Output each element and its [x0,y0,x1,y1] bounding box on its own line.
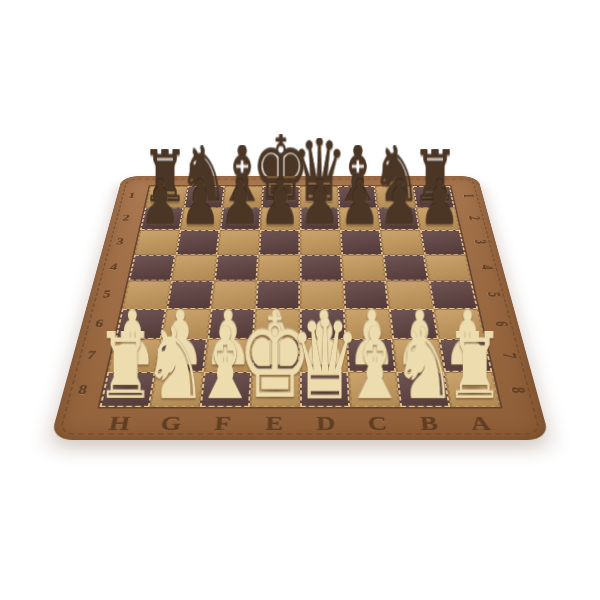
file-label-bottom-c: C [351,408,405,440]
square-b2[interactable]: ♟ [377,207,420,230]
square-a3[interactable] [420,230,466,254]
file-label-bottom-h: H [90,408,148,440]
file-label-bottom-g: G [143,408,199,440]
file-label-bottom-a: A [452,408,510,440]
square-c4[interactable] [341,254,385,280]
square-c3[interactable] [340,230,383,254]
square-h4[interactable] [128,254,175,280]
piece-dark-pawn-a2[interactable]: ♟ [419,178,460,227]
square-h3[interactable] [134,230,180,254]
square-d3[interactable] [300,230,341,254]
piece-dark-pawn-f2[interactable]: ♟ [220,178,261,227]
piece-dark-pawn-b2[interactable]: ♟ [379,178,420,227]
square-g4[interactable] [171,254,217,280]
square-g2[interactable]: ♟ [180,207,223,230]
board-grid: ♜♞♝♚♛♝♞♜♟♟♟♟♟♟♟♟♟♟♟♟♟♟♟♟♜♞♝♚♛♝♞♜ [97,185,502,408]
square-e2[interactable]: ♟ [260,207,300,230]
file-label-bottom-d: D [300,408,353,440]
square-e4[interactable] [257,254,300,280]
square-c2[interactable]: ♟ [339,207,380,230]
square-f2[interactable]: ♟ [220,207,261,230]
square-b3[interactable] [380,230,424,254]
piece-light-knight-b8[interactable]: ♞ [393,325,457,403]
file-label-bottom-f: F [195,408,249,440]
square-e3[interactable] [259,230,300,254]
piece-dark-pawn-e2[interactable]: ♟ [260,178,301,227]
board-scene: HGFEDCBA 12345678 12345678 HGFEDCBA ♜♞♝♚… [50,0,550,440]
square-a4[interactable] [424,254,471,280]
square-f3[interactable] [217,230,260,254]
piece-dark-pawn-c2[interactable]: ♟ [340,178,381,227]
product-photo-stage: HGFEDCBA 12345678 12345678 HGFEDCBA ♜♞♝♚… [0,0,600,600]
square-a2[interactable]: ♟ [416,207,460,230]
file-label-bottom-b: B [401,408,457,440]
piece-light-queen-d8[interactable]: ♛ [289,316,361,403]
file-label-bottom-e: E [248,408,301,440]
square-h2[interactable]: ♟ [140,207,184,230]
piece-dark-pawn-h2[interactable]: ♟ [140,178,181,227]
square-b4[interactable] [383,254,429,280]
piece-dark-pawn-d2[interactable]: ♟ [300,178,341,227]
square-g3[interactable] [176,230,220,254]
square-f4[interactable] [214,254,258,280]
file-labels-bottom: HGFEDCBA [90,408,510,440]
leather-chess-mat: HGFEDCBA 12345678 12345678 HGFEDCBA ♜♞♝♚… [50,176,550,440]
square-d4[interactable] [300,254,343,280]
square-b8[interactable]: ♞ [396,372,450,407]
piece-dark-pawn-g2[interactable]: ♟ [180,178,221,227]
square-d8[interactable]: ♛ [300,372,350,407]
square-d2[interactable]: ♟ [300,207,340,230]
